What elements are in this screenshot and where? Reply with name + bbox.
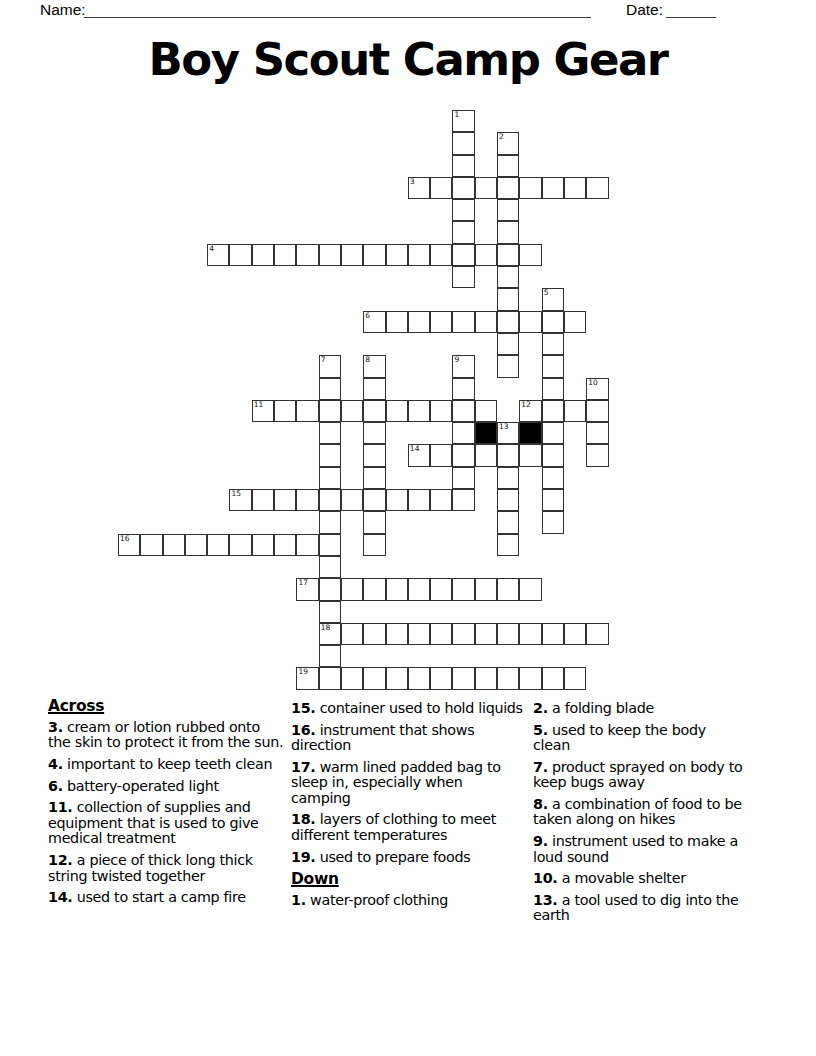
clue-text: container used to hold liquids: [315, 700, 522, 716]
clue-number: 14.: [48, 889, 72, 905]
clue-column-2: 15. container used to hold liquids16. in…: [291, 701, 524, 915]
grid-cell-r13-c21[interactable]: [586, 400, 608, 422]
grid-cell-r13-c9[interactable]: [319, 400, 341, 422]
grid-cell-r10-c19[interactable]: [542, 333, 564, 355]
cell-number-7: 7: [321, 356, 326, 364]
grid-cell-r11-c9[interactable]: 7: [319, 355, 341, 377]
grid-cell-r13-c12[interactable]: [386, 400, 408, 422]
clue-text: important to keep teeth clean: [63, 756, 272, 772]
grid-cell-r21-c13[interactable]: [408, 578, 430, 600]
cell-number-2: 2: [499, 133, 504, 141]
clue-number: 18.: [291, 811, 315, 827]
grid-cell-r13-c7[interactable]: [274, 400, 296, 422]
clue-9: 9. instrument used to make a loud sound: [533, 834, 747, 865]
grid-cell-r3-c16[interactable]: [475, 177, 497, 199]
grid-cell-r23-c13[interactable]: [408, 623, 430, 645]
grid-cell-r19-c11[interactable]: [363, 534, 385, 556]
grid-cell-r19-c6[interactable]: [252, 534, 274, 556]
grid-cell-r17-c6[interactable]: [252, 489, 274, 511]
grid-cell-r15-c18[interactable]: [519, 444, 541, 466]
grid-cell-r25-c19[interactable]: [542, 667, 564, 689]
grid-cell-r15-c9[interactable]: [319, 444, 341, 466]
grid-cell-r18-c9[interactable]: [319, 511, 341, 533]
grid-cell-r13-c11[interactable]: [363, 400, 385, 422]
grid-cell-r17-c9[interactable]: [319, 489, 341, 511]
clue-text: product sprayed on body to keep bugs awa…: [533, 759, 742, 791]
grid-cell-r14-c11[interactable]: [363, 422, 385, 444]
grid-cell-r12-c19[interactable]: [542, 378, 564, 400]
grid-cell-r21-c10[interactable]: [341, 578, 363, 600]
grid-cell-r17-c11[interactable]: [363, 489, 385, 511]
grid-cell-r15-c13[interactable]: 14: [408, 444, 430, 466]
clue-number: 6.: [48, 778, 63, 794]
grid-cell-r19-c17[interactable]: [497, 534, 519, 556]
cell-number-12: 12: [521, 401, 531, 409]
grid-cell-r15-c14[interactable]: [430, 444, 452, 466]
grid-cell-r6-c7[interactable]: [274, 244, 296, 266]
clue-text: warm lined padded bag to sleep in, espec…: [291, 759, 501, 806]
grid-cell-r6-c14[interactable]: [430, 244, 452, 266]
grid-cell-r11-c17[interactable]: [497, 355, 519, 377]
clue-text: a combination of food to be taken along …: [533, 796, 742, 828]
grid-cell-r3-c13[interactable]: 3: [408, 177, 430, 199]
grid-cell-r1-c15[interactable]: [452, 132, 474, 154]
clue-number: 9.: [533, 833, 548, 849]
clue-10: 10. a movable shelter: [533, 871, 747, 887]
grid-cell-r17-c13[interactable]: [408, 489, 430, 511]
cell-number-9: 9: [454, 356, 459, 364]
clue-number: 16.: [291, 722, 315, 738]
grid-cell-r13-c14[interactable]: [430, 400, 452, 422]
clue-number: 8.: [533, 796, 548, 812]
clue-16: 16. instrument that shows direction: [291, 723, 524, 754]
grid-cell-r6-c8[interactable]: [296, 244, 318, 266]
grid-cell-r13-c20[interactable]: [564, 400, 586, 422]
clue-text: instrument that shows direction: [291, 722, 474, 754]
clue-2: 2. a folding blade: [533, 701, 747, 717]
grid-cell-r17-c19[interactable]: [542, 489, 564, 511]
grid-cell-r23-c10[interactable]: [341, 623, 363, 645]
clue-text: used to start a camp fire: [72, 889, 245, 905]
clue-number: 5.: [533, 722, 548, 738]
cell-number-1: 1: [454, 111, 459, 119]
grid-cell-r25-c9[interactable]: [319, 667, 341, 689]
grid-cell-r15-c11[interactable]: [363, 444, 385, 466]
grid-cell-r14-c9[interactable]: [319, 422, 341, 444]
grid-cell-r13-c13[interactable]: [408, 400, 430, 422]
grid-cell-r25-c13[interactable]: [408, 667, 430, 689]
clue-13: 13. a tool used to dig into the earth: [533, 893, 747, 924]
page-title: Boy Scout Camp Gear: [0, 33, 816, 86]
grid-cell-r17-c15[interactable]: [452, 489, 474, 511]
cell-number-11: 11: [254, 401, 264, 409]
name-label: Name:: [40, 1, 86, 19]
grid-cell-r21-c14[interactable]: [430, 578, 452, 600]
grid-cell-r25-c20[interactable]: [564, 667, 586, 689]
grid-cell-r23-c20[interactable]: [564, 623, 586, 645]
grid-cell-r5-c17[interactable]: [497, 221, 519, 243]
grid-cell-r9-c11[interactable]: 6: [363, 311, 385, 333]
clue-text: instrument used to make a loud sound: [533, 833, 738, 865]
grid-cell-r2-c17[interactable]: [497, 155, 519, 177]
clue-number: 17.: [291, 759, 315, 775]
clue-number: 1.: [291, 892, 306, 908]
clue-text: battery-operated light: [63, 778, 219, 794]
grid-cell-r16-c19[interactable]: [542, 467, 564, 489]
cell-number-18: 18: [321, 624, 331, 632]
grid-cell-r9-c14[interactable]: [430, 311, 452, 333]
grid-cell-r19-c4[interactable]: [207, 534, 229, 556]
grid-cell-r14-c15[interactable]: [452, 422, 474, 444]
clue-14: 14. used to start a camp fire: [48, 890, 286, 906]
grid-cell-r16-c15[interactable]: [452, 467, 474, 489]
grid-cell-r13-c6[interactable]: 11: [252, 400, 274, 422]
grid-cell-r21-c8[interactable]: 17: [296, 578, 318, 600]
grid-cell-r25-c12[interactable]: [386, 667, 408, 689]
grid-cell-r3-c15[interactable]: [452, 177, 474, 199]
grid-cell-r19-c1[interactable]: [140, 534, 162, 556]
grid-cell-r13-c8[interactable]: [296, 400, 318, 422]
grid-cell-r9-c17[interactable]: [497, 311, 519, 333]
grid-cell-r12-c9[interactable]: [319, 378, 341, 400]
grid-cell-r15-c17[interactable]: [497, 444, 519, 466]
grid-cell-r6-c16[interactable]: [475, 244, 497, 266]
grid-cell-r6-c10[interactable]: [341, 244, 363, 266]
grid-cell-r17-c10[interactable]: [341, 489, 363, 511]
grid-cell-r9-c13[interactable]: [408, 311, 430, 333]
clue-number: 4.: [48, 756, 63, 772]
grid-cell-r25-c17[interactable]: [497, 667, 519, 689]
grid-cell-r8-c19[interactable]: 5: [542, 288, 564, 310]
grid-cell-r9-c20[interactable]: [564, 311, 586, 333]
grid-cell-r12-c11[interactable]: [363, 378, 385, 400]
grid-cell-r11-c19[interactable]: [542, 355, 564, 377]
grid-cell-r19-c0[interactable]: 16: [118, 534, 140, 556]
grid-cell-r3-c21[interactable]: [586, 177, 608, 199]
grid-cell-r17-c14[interactable]: [430, 489, 452, 511]
grid-cell-r3-c17[interactable]: [497, 177, 519, 199]
cell-number-6: 6: [365, 312, 370, 320]
grid-cell-r21-c15[interactable]: [452, 578, 474, 600]
grid-cell-r17-c7[interactable]: [274, 489, 296, 511]
grid-cell-r6-c12[interactable]: [386, 244, 408, 266]
grid-cell-r23-c17[interactable]: [497, 623, 519, 645]
grid-cell-r19-c3[interactable]: [185, 534, 207, 556]
grid-cell-r21-c16[interactable]: [475, 578, 497, 600]
clue-number: 2.: [533, 700, 548, 716]
clue-15: 15. container used to hold liquids: [291, 701, 524, 717]
grid-cell-r12-c15[interactable]: [452, 378, 474, 400]
grid-cell-r15-c19[interactable]: [542, 444, 564, 466]
grid-cell-r7-c15[interactable]: [452, 266, 474, 288]
grid-cell-r9-c16[interactable]: [475, 311, 497, 333]
cell-number-13: 13: [499, 423, 509, 431]
cell-number-19: 19: [298, 668, 308, 676]
grid-cell-r6-c15[interactable]: [452, 244, 474, 266]
clue-text: layers of clothing to meet different tem…: [291, 811, 496, 843]
clue-6: 6. battery-operated light: [48, 779, 286, 795]
grid-cell-r7-c17[interactable]: [497, 266, 519, 288]
grid-cell-r9-c15[interactable]: [452, 311, 474, 333]
clue-text: used to keep the body clean: [533, 722, 706, 754]
cell-number-15: 15: [231, 490, 241, 498]
grid-cell-r20-c9[interactable]: [319, 556, 341, 578]
grid-cell-r23-c14[interactable]: [430, 623, 452, 645]
grid-cell-r21-c18[interactable]: [519, 578, 541, 600]
clue-number: 3.: [48, 719, 63, 735]
grid-cell-r0-c15[interactable]: 1: [452, 110, 474, 132]
grid-cell-r23-c21[interactable]: [586, 623, 608, 645]
clue-18: 18. layers of clothing to meet different…: [291, 812, 524, 843]
cell-number-4: 4: [209, 245, 214, 253]
grid-cell-r16-c17[interactable]: [497, 467, 519, 489]
grid-cell-r21-c9[interactable]: [319, 578, 341, 600]
grid-cell-r19-c2[interactable]: [163, 534, 185, 556]
grid-cell-r6-c5[interactable]: [229, 244, 251, 266]
grid-cell-r18-c11[interactable]: [363, 511, 385, 533]
grid-cell-r19-c5[interactable]: [229, 534, 251, 556]
black-cell-r14-c18: [519, 422, 541, 444]
clue-text: cream or lotion rubbed onto the skin to …: [48, 719, 283, 751]
clue-text: used to prepare foods: [315, 849, 470, 865]
clue-3: 3. cream or lotion rubbed onto the skin …: [48, 720, 286, 751]
clue-number: 10.: [533, 870, 557, 886]
date-label: Date:: [626, 1, 663, 19]
clue-column-1: Across3. cream or lotion rubbed onto the…: [48, 698, 286, 912]
clue-4: 4. important to keep teeth clean: [48, 757, 286, 773]
clues-heading-down: Down: [291, 871, 524, 888]
name-write-line: [84, 1, 591, 18]
grid-cell-r13-c16[interactable]: [475, 400, 497, 422]
grid-cell-r25-c8[interactable]: 19: [296, 667, 318, 689]
grid-cell-r25-c16[interactable]: [475, 667, 497, 689]
grid-cell-r17-c17[interactable]: [497, 489, 519, 511]
cell-number-14: 14: [410, 445, 420, 453]
grid-cell-r19-c8[interactable]: [296, 534, 318, 556]
clue-1: 1. water-proof clothing: [291, 893, 524, 909]
cell-number-5: 5: [544, 289, 549, 297]
clue-text: a movable shelter: [557, 870, 685, 886]
clue-11: 11. collection of supplies and equipment…: [48, 800, 286, 847]
grid-cell-r25-c18[interactable]: [519, 667, 541, 689]
clue-number: 12.: [48, 852, 72, 868]
cell-number-16: 16: [120, 535, 130, 543]
cell-number-17: 17: [298, 579, 308, 587]
clue-text: water-proof clothing: [306, 892, 448, 908]
grid-cell-r6-c17[interactable]: [497, 244, 519, 266]
grid-cell-r18-c19[interactable]: [542, 511, 564, 533]
grid-cell-r11-c15[interactable]: 9: [452, 355, 474, 377]
clue-text: a piece of thick long thick string twist…: [48, 852, 253, 884]
grid-cell-r21-c17[interactable]: [497, 578, 519, 600]
grid-cell-r13-c19[interactable]: [542, 400, 564, 422]
grid-cell-r23-c16[interactable]: [475, 623, 497, 645]
grid-cell-r23-c19[interactable]: [542, 623, 564, 645]
grid-cell-r11-c11[interactable]: 8: [363, 355, 385, 377]
cell-number-3: 3: [410, 178, 415, 186]
clue-19: 19. used to prepare foods: [291, 850, 524, 866]
cell-number-10: 10: [588, 379, 598, 387]
grid-cell-r13-c18[interactable]: 12: [519, 400, 541, 422]
clue-5: 5. used to keep the body clean: [533, 723, 747, 754]
clue-number: 11.: [48, 799, 72, 815]
clue-number: 15.: [291, 700, 315, 716]
clue-12: 12. a piece of thick long thick string t…: [48, 853, 286, 884]
grid-cell-r9-c18[interactable]: [519, 311, 541, 333]
grid-cell-r25-c14[interactable]: [430, 667, 452, 689]
grid-cell-r3-c19[interactable]: [542, 177, 564, 199]
grid-cell-r5-c15[interactable]: [452, 221, 474, 243]
grid-cell-r15-c15[interactable]: [452, 444, 474, 466]
date-write-line: [666, 1, 716, 18]
grid-cell-r3-c18[interactable]: [519, 177, 541, 199]
grid-cell-r15-c16[interactable]: [475, 444, 497, 466]
clue-text: a folding blade: [548, 700, 654, 716]
grid-cell-r22-c9[interactable]: [319, 601, 341, 623]
grid-cell-r24-c9[interactable]: [319, 645, 341, 667]
grid-cell-r3-c14[interactable]: [430, 177, 452, 199]
grid-cell-r8-c17[interactable]: [497, 288, 519, 310]
grid-cell-r6-c11[interactable]: [363, 244, 385, 266]
clue-number: 19.: [291, 849, 315, 865]
grid-cell-r9-c12[interactable]: [386, 311, 408, 333]
grid-cell-r19-c7[interactable]: [274, 534, 296, 556]
grid-cell-r14-c19[interactable]: [542, 422, 564, 444]
grid-cell-r6-c18[interactable]: [519, 244, 541, 266]
clue-8: 8. a combination of food to be taken alo…: [533, 797, 747, 828]
grid-cell-r25-c10[interactable]: [341, 667, 363, 689]
grid-cell-r12-c21[interactable]: 10: [586, 378, 608, 400]
grid-cell-r13-c15[interactable]: [452, 400, 474, 422]
grid-cell-r6-c9[interactable]: [319, 244, 341, 266]
grid-cell-r14-c17[interactable]: 13: [497, 422, 519, 444]
grid-cell-r1-c17[interactable]: 2: [497, 132, 519, 154]
black-cell-r14-c16: [475, 422, 497, 444]
grid-cell-r13-c10[interactable]: [341, 400, 363, 422]
clue-7: 7. product sprayed on body to keep bugs …: [533, 760, 747, 791]
grid-cell-r9-c19[interactable]: [542, 311, 564, 333]
grid-cell-r16-c9[interactable]: [319, 467, 341, 489]
grid-cell-r10-c17[interactable]: [497, 333, 519, 355]
grid-cell-r17-c8[interactable]: [296, 489, 318, 511]
grid-cell-r19-c9[interactable]: [319, 534, 341, 556]
grid-cell-r2-c15[interactable]: [452, 155, 474, 177]
clue-number: 13.: [533, 892, 557, 908]
grid-cell-r4-c17[interactable]: [497, 199, 519, 221]
grid-cell-r6-c4[interactable]: 4: [207, 244, 229, 266]
grid-cell-r6-c13[interactable]: [408, 244, 430, 266]
crossword-grid: 12345678910111213141516171819: [118, 110, 609, 690]
grid-cell-r23-c15[interactable]: [452, 623, 474, 645]
grid-cell-r4-c15[interactable]: [452, 199, 474, 221]
clue-text: a tool used to dig into the earth: [533, 892, 738, 924]
grid-cell-r23-c11[interactable]: [363, 623, 385, 645]
clue-column-3: 2. a folding blade5. used to keep the bo…: [533, 701, 747, 930]
cell-number-8: 8: [365, 356, 370, 364]
grid-cell-r21-c12[interactable]: [386, 578, 408, 600]
grid-cell-r23-c18[interactable]: [519, 623, 541, 645]
grid-cell-r23-c12[interactable]: [386, 623, 408, 645]
grid-cell-r17-c5[interactable]: 15: [229, 489, 251, 511]
grid-cell-r21-c11[interactable]: [363, 578, 385, 600]
grid-cell-r14-c21[interactable]: [586, 422, 608, 444]
grid-cell-r18-c17[interactable]: [497, 511, 519, 533]
clue-17: 17. warm lined padded bag to sleep in, e…: [291, 760, 524, 807]
grid-cell-r25-c11[interactable]: [363, 667, 385, 689]
clue-number: 7.: [533, 759, 548, 775]
grid-cell-r15-c21[interactable]: [586, 444, 608, 466]
grid-cell-r3-c20[interactable]: [564, 177, 586, 199]
clue-text: collection of supplies and equipment tha…: [48, 799, 259, 846]
grid-cell-r6-c6[interactable]: [252, 244, 274, 266]
clues-heading-across: Across: [48, 698, 286, 715]
grid-cell-r17-c12[interactable]: [386, 489, 408, 511]
grid-cell-r25-c15[interactable]: [452, 667, 474, 689]
grid-cell-r23-c9[interactable]: 18: [319, 623, 341, 645]
grid-cell-r16-c11[interactable]: [363, 467, 385, 489]
